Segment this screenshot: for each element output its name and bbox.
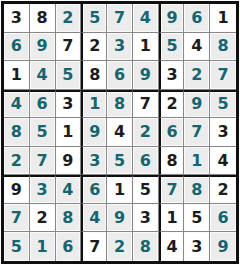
cell-r8c3[interactable]: 8 [56,204,82,233]
cell-r1c1[interactable]: 3 [4,4,30,33]
cell-r4c8[interactable]: 9 [184,90,210,119]
cell-r3c3[interactable]: 5 [56,61,82,90]
cell-r1c5[interactable]: 7 [107,4,133,33]
cell-r3c2[interactable]: 4 [30,61,56,90]
cell-r1c9[interactable]: 1 [210,4,236,33]
cell-r8c5[interactable]: 9 [107,204,133,233]
cell-r1c7[interactable]: 9 [159,4,185,33]
cell-r4c7[interactable]: 2 [159,90,185,119]
cell-r4c3[interactable]: 3 [56,90,82,119]
cell-r9c3[interactable]: 6 [56,232,82,261]
cell-r3c5[interactable]: 6 [107,61,133,90]
cell-r1c3[interactable]: 2 [56,4,82,33]
cell-r5c8[interactable]: 7 [184,118,210,147]
cell-r4c1[interactable]: 4 [4,90,30,119]
cell-r3c9[interactable]: 7 [210,61,236,90]
cell-r5c3[interactable]: 1 [56,118,82,147]
cell-r6c1[interactable]: 2 [4,147,30,176]
cell-r9c8[interactable]: 3 [184,232,210,261]
sudoku-board: 3825749616972315481458693274631872958519… [1,1,239,264]
cell-r2c6[interactable]: 1 [133,33,159,62]
cell-r7c6[interactable]: 5 [133,175,159,204]
cell-r6c7[interactable]: 8 [159,147,185,176]
cell-r7c9[interactable]: 2 [210,175,236,204]
cell-r9c1[interactable]: 5 [4,232,30,261]
cell-r2c2[interactable]: 9 [30,33,56,62]
cell-r2c3[interactable]: 7 [56,33,82,62]
cell-r8c8[interactable]: 5 [184,204,210,233]
cell-r6c5[interactable]: 5 [107,147,133,176]
cell-r6c9[interactable]: 4 [210,147,236,176]
cell-r7c8[interactable]: 8 [184,175,210,204]
cell-r7c4[interactable]: 6 [81,175,107,204]
cell-r6c3[interactable]: 9 [56,147,82,176]
cell-r4c6[interactable]: 7 [133,90,159,119]
cell-r9c4[interactable]: 7 [81,232,107,261]
cell-r4c2[interactable]: 6 [30,90,56,119]
cell-r9c5[interactable]: 2 [107,232,133,261]
cell-r5c5[interactable]: 4 [107,118,133,147]
cell-r5c4[interactable]: 9 [81,118,107,147]
cell-r3c6[interactable]: 9 [133,61,159,90]
cell-r2c5[interactable]: 3 [107,33,133,62]
cell-r1c8[interactable]: 6 [184,4,210,33]
cell-r3c7[interactable]: 3 [159,61,185,90]
cell-r2c8[interactable]: 4 [184,33,210,62]
cell-r3c8[interactable]: 2 [184,61,210,90]
cell-r3c4[interactable]: 8 [81,61,107,90]
cell-r7c3[interactable]: 4 [56,175,82,204]
cell-r2c9[interactable]: 8 [210,33,236,62]
cell-r9c7[interactable]: 4 [159,232,185,261]
cell-r4c4[interactable]: 1 [81,90,107,119]
cell-r4c5[interactable]: 8 [107,90,133,119]
cell-r7c2[interactable]: 3 [30,175,56,204]
cell-r7c5[interactable]: 1 [107,175,133,204]
cell-r4c9[interactable]: 5 [210,90,236,119]
cell-r1c6[interactable]: 4 [133,4,159,33]
cell-r7c1[interactable]: 9 [4,175,30,204]
cell-r1c2[interactable]: 8 [30,4,56,33]
cell-r5c7[interactable]: 6 [159,118,185,147]
cell-r5c2[interactable]: 5 [30,118,56,147]
cell-r6c8[interactable]: 1 [184,147,210,176]
cell-r8c2[interactable]: 2 [30,204,56,233]
cell-r5c1[interactable]: 8 [4,118,30,147]
cell-r9c9[interactable]: 9 [210,232,236,261]
cell-r8c1[interactable]: 7 [4,204,30,233]
cell-r6c4[interactable]: 3 [81,147,107,176]
cell-r8c4[interactable]: 4 [81,204,107,233]
cell-r6c2[interactable]: 7 [30,147,56,176]
cell-r9c2[interactable]: 1 [30,232,56,261]
cell-r5c6[interactable]: 2 [133,118,159,147]
sudoku-board-wrapper: 3825749616972315481458693274631872958519… [0,0,240,265]
cell-r1c4[interactable]: 5 [81,4,107,33]
cell-r2c7[interactable]: 5 [159,33,185,62]
cell-r3c1[interactable]: 1 [4,61,30,90]
cell-r9c6[interactable]: 8 [133,232,159,261]
cell-r6c6[interactable]: 6 [133,147,159,176]
cell-r8c6[interactable]: 3 [133,204,159,233]
cell-r5c9[interactable]: 3 [210,118,236,147]
cell-r7c7[interactable]: 7 [159,175,185,204]
cell-r8c7[interactable]: 1 [159,204,185,233]
cell-r2c4[interactable]: 2 [81,33,107,62]
cell-r8c9[interactable]: 6 [210,204,236,233]
cell-r2c1[interactable]: 6 [4,33,30,62]
